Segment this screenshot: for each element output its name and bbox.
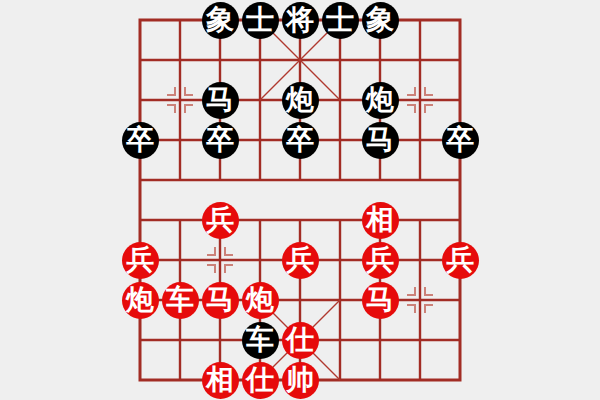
red-cannon[interactable]: 炮 [122,282,159,319]
black-advisor[interactable]: 士 [242,2,279,39]
red-advisor[interactable]: 仕 [282,322,319,359]
point-marker [407,287,433,313]
black-elephant[interactable]: 象 [362,2,399,39]
black-elephant[interactable]: 象 [202,2,239,39]
black-chariot[interactable]: 车 [242,322,279,359]
black-horse[interactable]: 马 [202,82,239,119]
red-soldier[interactable]: 兵 [122,242,159,279]
xiangqi-board: 象士将士象马炮炮卒卒卒马卒兵相兵兵兵兵炮车马炮马车仕相仕帅 [0,0,600,400]
black-general[interactable]: 将 [282,2,319,39]
black-cannon[interactable]: 炮 [362,82,399,119]
red-advisor[interactable]: 仕 [242,362,279,399]
red-soldier[interactable]: 兵 [202,202,239,239]
black-soldier[interactable]: 卒 [122,122,159,159]
black-soldier[interactable]: 卒 [202,122,239,159]
red-general[interactable]: 帅 [282,362,319,399]
point-marker [407,87,433,113]
black-horse[interactable]: 马 [362,122,399,159]
red-soldier[interactable]: 兵 [282,242,319,279]
red-cannon[interactable]: 炮 [242,282,279,319]
red-chariot[interactable]: 车 [162,282,199,319]
black-cannon[interactable]: 炮 [282,82,319,119]
black-soldier[interactable]: 卒 [282,122,319,159]
board-grid: 象士将士象马炮炮卒卒卒马卒兵相兵兵兵兵炮车马炮马车仕相仕帅 [120,0,480,400]
red-horse[interactable]: 马 [362,282,399,319]
red-elephant[interactable]: 相 [202,362,239,399]
red-elephant[interactable]: 相 [362,202,399,239]
black-advisor[interactable]: 士 [322,2,359,39]
red-soldier[interactable]: 兵 [362,242,399,279]
red-soldier[interactable]: 兵 [442,242,479,279]
red-horse[interactable]: 马 [202,282,239,319]
point-marker [207,247,233,273]
point-marker [167,87,193,113]
black-soldier[interactable]: 卒 [442,122,479,159]
